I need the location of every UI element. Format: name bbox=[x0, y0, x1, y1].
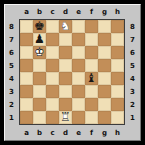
rank-label-left-6: 6 bbox=[6, 46, 17, 59]
file-label-top-b: b bbox=[33, 6, 46, 17]
square-a2[interactable] bbox=[20, 98, 33, 111]
square-b1[interactable] bbox=[33, 111, 46, 124]
square-g2[interactable] bbox=[98, 98, 111, 111]
square-h5[interactable] bbox=[111, 59, 124, 72]
square-c7[interactable] bbox=[46, 33, 59, 46]
file-label-bottom-e: e bbox=[72, 127, 85, 138]
square-g8[interactable] bbox=[98, 20, 111, 33]
square-c3[interactable] bbox=[46, 85, 59, 98]
rank-label-right-6: 6 bbox=[127, 46, 138, 59]
square-h8[interactable] bbox=[111, 20, 124, 33]
square-f7[interactable] bbox=[85, 33, 98, 46]
square-f2[interactable] bbox=[85, 98, 98, 111]
rank-label-left-1: 1 bbox=[6, 111, 17, 124]
square-g5[interactable] bbox=[98, 59, 111, 72]
file-label-top-a: a bbox=[20, 6, 33, 17]
square-h3[interactable] bbox=[111, 85, 124, 98]
square-c5[interactable] bbox=[46, 59, 59, 72]
square-f1[interactable] bbox=[85, 111, 98, 124]
square-d5[interactable] bbox=[59, 59, 72, 72]
square-g7[interactable] bbox=[98, 33, 111, 46]
file-label-top-f: f bbox=[85, 6, 98, 17]
square-e8[interactable] bbox=[72, 20, 85, 33]
square-a4[interactable] bbox=[20, 72, 33, 85]
square-b3[interactable] bbox=[33, 85, 46, 98]
file-label-bottom-d: d bbox=[59, 127, 72, 138]
square-f8[interactable] bbox=[85, 20, 98, 33]
square-a8[interactable] bbox=[20, 20, 33, 33]
square-h7[interactable] bbox=[111, 33, 124, 46]
piece-white-rook[interactable]: ♜♖ bbox=[59, 111, 72, 124]
file-label-top-g: g bbox=[98, 6, 111, 17]
file-labels-top: abcdefgh bbox=[20, 6, 124, 17]
file-label-bottom-a: a bbox=[20, 127, 33, 138]
rank-label-right-7: 7 bbox=[127, 33, 138, 46]
rank-label-left-5: 5 bbox=[6, 59, 17, 72]
rank-label-left-7: 7 bbox=[6, 33, 17, 46]
file-label-bottom-b: b bbox=[33, 127, 46, 138]
piece-white-knight[interactable]: ♞♘ bbox=[59, 20, 72, 33]
square-g3[interactable] bbox=[98, 85, 111, 98]
square-a1[interactable] bbox=[20, 111, 33, 124]
rank-label-left-8: 8 bbox=[6, 20, 17, 33]
piece-outline-layer: ♖ bbox=[59, 111, 72, 124]
file-label-top-d: d bbox=[59, 6, 72, 17]
square-b4[interactable] bbox=[33, 72, 46, 85]
rank-label-left-4: 4 bbox=[6, 72, 17, 85]
square-d4[interactable] bbox=[59, 72, 72, 85]
chess-board: ♚♞♘♟♚♔♝♜♖ bbox=[19, 19, 125, 125]
square-h4[interactable] bbox=[111, 72, 124, 85]
square-f4[interactable]: ♝ bbox=[85, 72, 98, 85]
rank-label-right-8: 8 bbox=[127, 20, 138, 33]
file-label-top-e: e bbox=[72, 6, 85, 17]
square-e7[interactable] bbox=[72, 33, 85, 46]
chess-diagram-window: abcdefgh abcdefgh 87654321 87654321 ♚♞♘♟… bbox=[0, 0, 145, 145]
file-label-bottom-g: g bbox=[98, 127, 111, 138]
square-e4[interactable] bbox=[72, 72, 85, 85]
piece-outline-layer: ♔ bbox=[33, 46, 46, 59]
file-label-top-c: c bbox=[46, 6, 59, 17]
square-a6[interactable] bbox=[20, 46, 33, 59]
square-b2[interactable] bbox=[33, 98, 46, 111]
rank-label-right-3: 3 bbox=[127, 85, 138, 98]
rank-label-left-3: 3 bbox=[6, 85, 17, 98]
piece-black-bishop[interactable]: ♝ bbox=[85, 72, 98, 85]
square-e6[interactable] bbox=[72, 46, 85, 59]
square-d1[interactable]: ♜♖ bbox=[59, 111, 72, 124]
rank-label-right-2: 2 bbox=[127, 98, 138, 111]
square-f3[interactable] bbox=[85, 85, 98, 98]
square-c4[interactable] bbox=[46, 72, 59, 85]
file-label-bottom-h: h bbox=[111, 127, 124, 138]
square-c1[interactable] bbox=[46, 111, 59, 124]
square-g1[interactable] bbox=[98, 111, 111, 124]
rank-label-right-5: 5 bbox=[127, 59, 138, 72]
square-a5[interactable] bbox=[20, 59, 33, 72]
square-f6[interactable] bbox=[85, 46, 98, 59]
square-g4[interactable] bbox=[98, 72, 111, 85]
square-c8[interactable] bbox=[46, 20, 59, 33]
square-h1[interactable] bbox=[111, 111, 124, 124]
square-c2[interactable] bbox=[46, 98, 59, 111]
piece-outline-layer: ♘ bbox=[59, 20, 72, 33]
square-d3[interactable] bbox=[59, 85, 72, 98]
square-b6[interactable]: ♚♔ bbox=[33, 46, 46, 59]
piece-white-king[interactable]: ♚♔ bbox=[33, 46, 46, 59]
square-a3[interactable] bbox=[20, 85, 33, 98]
rank-label-left-2: 2 bbox=[6, 98, 17, 111]
rank-labels-right: 87654321 bbox=[127, 20, 138, 124]
square-h6[interactable] bbox=[111, 46, 124, 59]
square-g6[interactable] bbox=[98, 46, 111, 59]
square-b5[interactable] bbox=[33, 59, 46, 72]
file-labels-bottom: abcdefgh bbox=[20, 127, 124, 138]
square-e5[interactable] bbox=[72, 59, 85, 72]
square-a7[interactable] bbox=[20, 33, 33, 46]
file-label-bottom-c: c bbox=[46, 127, 59, 138]
square-d7[interactable] bbox=[59, 33, 72, 46]
file-label-bottom-f: f bbox=[85, 127, 98, 138]
square-e1[interactable] bbox=[72, 111, 85, 124]
piece-solid-layer: ♝ bbox=[85, 72, 98, 85]
square-h2[interactable] bbox=[111, 98, 124, 111]
rank-labels-left: 87654321 bbox=[6, 20, 17, 124]
file-label-top-h: h bbox=[111, 6, 124, 17]
square-d6[interactable] bbox=[59, 46, 72, 59]
square-e3[interactable] bbox=[72, 85, 85, 98]
square-e2[interactable] bbox=[72, 98, 85, 111]
rank-label-right-4: 4 bbox=[127, 72, 138, 85]
square-c6[interactable] bbox=[46, 46, 59, 59]
square-d8[interactable]: ♞♘ bbox=[59, 20, 72, 33]
rank-label-right-1: 1 bbox=[127, 111, 138, 124]
